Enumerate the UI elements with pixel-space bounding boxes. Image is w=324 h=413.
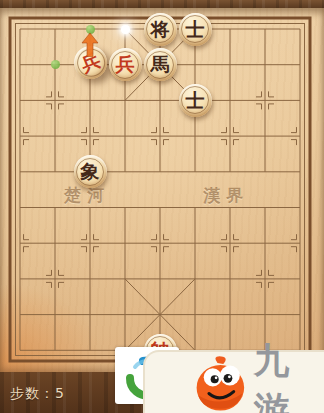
jiuyou-text: 九游 xyxy=(254,337,324,413)
watermark-jiuyou-box: 九游 xyxy=(143,350,324,413)
game-screen: 楚 河 漢 界 将士兵兵馬士象帥 步数：5 九游 xyxy=(0,0,324,413)
jiuyou-mascot-icon xyxy=(189,354,252,413)
step-counter-value: 5 xyxy=(55,385,65,401)
last-move-highlight[interactable] xyxy=(121,25,130,34)
move-target-dot[interactable] xyxy=(51,60,60,69)
step-counter: 步数：5 xyxy=(10,385,65,403)
step-counter-label: 步数： xyxy=(10,385,55,401)
move-target-dot[interactable] xyxy=(86,25,95,34)
move-hint-arrow-icon xyxy=(81,33,99,61)
